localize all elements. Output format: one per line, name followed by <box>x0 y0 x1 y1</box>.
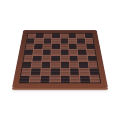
square-c7[interactable] <box>43 39 51 44</box>
square-f4[interactable] <box>69 56 78 62</box>
square-a6[interactable] <box>26 44 35 49</box>
square-g1[interactable] <box>80 76 90 83</box>
square-c3[interactable] <box>41 62 50 68</box>
square-b6[interactable] <box>34 44 42 49</box>
square-f7[interactable] <box>69 39 77 44</box>
square-f6[interactable] <box>69 44 77 49</box>
square-d8[interactable] <box>52 34 59 39</box>
square-d2[interactable] <box>51 69 60 75</box>
square-f8[interactable] <box>68 34 76 39</box>
square-g7[interactable] <box>77 39 85 44</box>
square-f5[interactable] <box>69 50 77 55</box>
square-h4[interactable] <box>87 56 96 62</box>
square-f3[interactable] <box>70 62 79 68</box>
square-h5[interactable] <box>87 50 96 55</box>
square-e6[interactable] <box>60 44 68 49</box>
square-b4[interactable] <box>33 56 42 62</box>
square-e7[interactable] <box>60 39 68 44</box>
square-e4[interactable] <box>60 56 68 62</box>
board-front-edge <box>12 88 108 90</box>
square-d1[interactable] <box>50 76 59 83</box>
square-a5[interactable] <box>25 50 34 55</box>
square-d3[interactable] <box>51 62 60 68</box>
square-c5[interactable] <box>43 50 51 55</box>
square-f1[interactable] <box>70 76 79 83</box>
square-b7[interactable] <box>35 39 43 44</box>
square-h8[interactable] <box>85 34 93 39</box>
square-g4[interactable] <box>78 56 87 62</box>
square-d7[interactable] <box>52 39 60 44</box>
square-g5[interactable] <box>78 50 87 55</box>
square-a8[interactable] <box>27 34 35 39</box>
square-g8[interactable] <box>76 34 84 39</box>
square-h3[interactable] <box>88 62 97 68</box>
square-d4[interactable] <box>51 56 59 62</box>
square-c2[interactable] <box>41 69 50 75</box>
square-g2[interactable] <box>80 69 89 75</box>
square-b2[interactable] <box>31 69 40 75</box>
square-a7[interactable] <box>27 39 35 44</box>
square-g3[interactable] <box>79 62 88 68</box>
square-b5[interactable] <box>34 50 43 55</box>
chessboard-frame <box>12 30 108 88</box>
square-e2[interactable] <box>60 69 69 75</box>
photo-background <box>0 0 120 120</box>
square-b3[interactable] <box>32 62 41 68</box>
square-a1[interactable] <box>20 76 30 83</box>
square-h7[interactable] <box>85 39 93 44</box>
square-c6[interactable] <box>43 44 51 49</box>
square-e8[interactable] <box>60 34 67 39</box>
square-d6[interactable] <box>52 44 60 49</box>
square-c8[interactable] <box>44 34 52 39</box>
square-c1[interactable] <box>40 76 49 83</box>
square-a3[interactable] <box>22 62 31 68</box>
square-h2[interactable] <box>89 69 99 75</box>
square-e5[interactable] <box>60 50 68 55</box>
square-f2[interactable] <box>70 69 79 75</box>
square-d5[interactable] <box>51 50 59 55</box>
square-h6[interactable] <box>86 44 95 49</box>
square-e3[interactable] <box>60 62 69 68</box>
square-g6[interactable] <box>77 44 85 49</box>
square-c4[interactable] <box>42 56 51 62</box>
square-a4[interactable] <box>24 56 33 62</box>
square-h1[interactable] <box>90 76 100 83</box>
square-a2[interactable] <box>21 69 31 75</box>
board-grid <box>19 33 101 83</box>
square-b8[interactable] <box>36 34 44 39</box>
square-e1[interactable] <box>60 76 69 83</box>
square-b1[interactable] <box>30 76 40 83</box>
